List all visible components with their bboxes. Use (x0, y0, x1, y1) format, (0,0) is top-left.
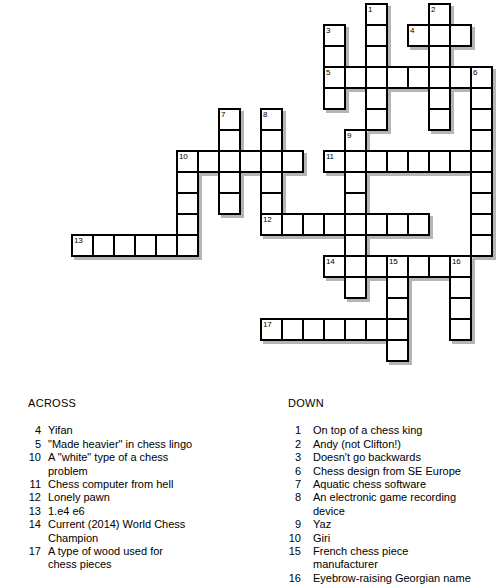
grid-cell[interactable]: 15 (386, 255, 409, 278)
cell-clue-number: 12 (263, 215, 271, 224)
across-clue-list: 4Yifan5"Made heavier" in chess lingo10A … (28, 424, 260, 571)
grid-cell[interactable] (218, 192, 241, 215)
clue-number: 3 (288, 451, 301, 464)
grid-cell[interactable] (428, 45, 451, 68)
clue-item: 15French chess piece manufacturer (288, 545, 497, 572)
down-header: DOWN (288, 397, 497, 410)
clue-number: 15 (288, 545, 301, 558)
grid-cell[interactable] (470, 192, 493, 215)
grid-cell[interactable]: 9 (344, 129, 367, 152)
clue-item: 16Eyebrow-raising Georgian name (288, 572, 497, 585)
clue-item: 9Yaz (288, 518, 497, 531)
grid-cell[interactable] (344, 66, 367, 89)
grid-cell[interactable] (365, 24, 388, 47)
grid-cell[interactable] (470, 108, 493, 131)
cell-clue-number: 5 (326, 68, 330, 77)
grid-cell[interactable] (344, 318, 367, 341)
grid-cell[interactable]: 4 (407, 24, 430, 47)
clue-text: Current (2014) World Chess Champion (48, 518, 246, 545)
clue-item: 6Chess design from SE Europe (288, 465, 497, 478)
grid-cell[interactable]: 16 (449, 255, 472, 278)
grid-cell[interactable] (260, 192, 283, 215)
clue-item: 17A type of wood used for chess pieces (28, 545, 260, 572)
clue-item: 3Doesn't go backwards (288, 451, 497, 464)
grid-cell[interactable] (428, 66, 451, 89)
grid-cell[interactable] (428, 150, 451, 173)
grid-cell[interactable]: 12 (260, 213, 283, 236)
grid-cell[interactable] (344, 255, 367, 278)
clue-item: 12Lonely pawn (28, 491, 260, 504)
grid-cell[interactable] (428, 255, 451, 278)
cell-clue-number: 1 (368, 5, 372, 14)
down-clue-list: 1On top of a chess king2Andy (not Clifto… (288, 424, 497, 585)
clue-item: 5"Made heavier" in chess lingo (28, 438, 260, 451)
grid-cell[interactable]: 7 (218, 108, 241, 131)
clue-number: 5 (28, 438, 41, 451)
cell-clue-number: 2 (431, 5, 435, 14)
grid-cell[interactable] (344, 213, 367, 236)
clue-item: 10Giri (288, 532, 497, 545)
grid-cell[interactable] (365, 318, 388, 341)
grid-cell[interactable] (344, 276, 367, 299)
grid-cell[interactable] (470, 87, 493, 110)
grid-cell[interactable] (386, 213, 409, 236)
grid-cell[interactable] (260, 129, 283, 152)
grid-cell[interactable] (386, 66, 409, 89)
clue-number: 7 (288, 478, 301, 491)
grid-cell[interactable] (323, 45, 346, 68)
grid-cell[interactable] (197, 150, 220, 173)
grid-cell[interactable]: 11 (323, 150, 346, 173)
grid-cell[interactable] (407, 150, 430, 173)
grid-cell[interactable] (218, 150, 241, 173)
clue-number: 14 (28, 518, 41, 531)
clue-number: 17 (28, 545, 41, 558)
grid-cell[interactable] (470, 150, 493, 173)
clue-number: 6 (288, 465, 301, 478)
grid-cell[interactable]: 5 (323, 66, 346, 89)
grid-cell[interactable] (239, 150, 262, 173)
down-clues-section: DOWN 1On top of a chess king2Andy (not C… (288, 397, 497, 585)
cell-clue-number: 14 (326, 257, 334, 266)
clue-item: 11Chess computer from hell (28, 478, 260, 491)
clue-item: 1On top of a chess king (288, 424, 497, 437)
cell-clue-number: 13 (74, 236, 82, 245)
clue-text: Yaz (313, 518, 497, 531)
grid-cell[interactable] (386, 339, 409, 362)
clue-item: 8An electronic game recording device (288, 491, 497, 518)
grid-cell[interactable] (407, 66, 430, 89)
grid-cell[interactable] (386, 276, 409, 299)
cell-clue-number: 17 (263, 320, 271, 329)
clue-text: Yifan (48, 424, 246, 437)
clue-text: On top of a chess king (313, 424, 497, 437)
grid-cell[interactable] (176, 234, 199, 257)
cell-clue-number: 9 (347, 131, 351, 140)
grid-cell[interactable] (449, 150, 472, 173)
grid-cell[interactable] (365, 150, 388, 173)
across-header: ACROSS (28, 397, 260, 410)
clue-item: 2Andy (not Clifton!) (288, 438, 497, 451)
clue-number: 4 (28, 424, 41, 437)
grid-cell[interactable] (260, 171, 283, 194)
cell-clue-number: 6 (473, 68, 477, 77)
clue-item: 131.e4 e6 (28, 505, 260, 518)
clue-item: 4Yifan (28, 424, 260, 437)
cell-clue-number: 16 (452, 257, 460, 266)
clue-text: 1.e4 e6 (48, 505, 246, 518)
clue-item: 7Aquatic chess software (288, 478, 497, 491)
grid-cell[interactable] (302, 318, 325, 341)
clue-number: 11 (28, 478, 41, 491)
grid-cell[interactable] (449, 66, 472, 89)
grid-cell[interactable] (386, 150, 409, 173)
clue-text: Giri (313, 532, 497, 545)
grid-cell[interactable] (428, 87, 451, 110)
clue-text: A "white" type of a chess problem (48, 451, 246, 478)
grid-cell[interactable] (386, 297, 409, 320)
grid-cell[interactable] (176, 171, 199, 194)
grid-cell[interactable]: 14 (323, 255, 346, 278)
grid-cell[interactable] (176, 213, 199, 236)
grid-cell[interactable] (449, 276, 472, 299)
grid-cell[interactable]: 1 (365, 3, 388, 26)
across-clues-section: ACROSS 4Yifan5"Made heavier" in chess li… (28, 397, 260, 572)
clue-text: Aquatic chess software (313, 478, 497, 491)
clue-number: 12 (28, 491, 41, 504)
grid-cell[interactable] (365, 66, 388, 89)
clue-text: An electronic game recording device (313, 491, 497, 518)
grid-cell[interactable] (218, 129, 241, 152)
clue-number: 16 (288, 572, 301, 585)
clue-text: Lonely pawn (48, 491, 246, 504)
clue-item: 10A "white" type of a chess problem (28, 451, 260, 478)
grid-cell[interactable] (281, 150, 304, 173)
grid-cell[interactable] (449, 24, 472, 47)
grid-cell[interactable] (344, 234, 367, 257)
grid-cell[interactable] (323, 87, 346, 110)
grid-cell[interactable] (344, 150, 367, 173)
clue-text: Chess computer from hell (48, 478, 246, 491)
clue-text: Andy (not Clifton!) (313, 438, 497, 451)
clue-item: 14Current (2014) World Chess Champion (28, 518, 260, 545)
grid-cell[interactable] (323, 213, 346, 236)
clue-text: A type of wood used for chess pieces (48, 545, 246, 572)
clue-text: French chess piece manufacturer (313, 545, 497, 572)
cell-clue-number: 15 (389, 257, 397, 266)
clue-text: "Made heavier" in chess lingo (48, 438, 246, 451)
grid-cell[interactable] (134, 234, 157, 257)
cell-clue-number: 3 (326, 26, 330, 35)
grid-cell[interactable]: 6 (470, 66, 493, 89)
grid-cell[interactable] (302, 213, 325, 236)
grid-cell[interactable] (470, 129, 493, 152)
cell-clue-number: 4 (410, 26, 414, 35)
grid-cell[interactable] (281, 213, 304, 236)
clue-number: 13 (28, 505, 41, 518)
grid-cell[interactable] (281, 318, 304, 341)
grid-cell[interactable] (260, 150, 283, 173)
clue-number: 2 (288, 438, 301, 451)
grid-cell[interactable] (470, 213, 493, 236)
grid-cell[interactable] (428, 108, 451, 131)
crossword-page: 1234567891011121314151617 ACROSS 4Yifan5… (0, 0, 497, 588)
grid-cell[interactable] (428, 24, 451, 47)
clue-number: 8 (288, 491, 301, 504)
grid-cell[interactable] (449, 318, 472, 341)
grid-cell[interactable] (365, 87, 388, 110)
grid-cell[interactable] (470, 171, 493, 194)
cell-clue-number: 7 (221, 110, 225, 119)
grid-cell[interactable] (155, 234, 178, 257)
clue-text: Chess design from SE Europe (313, 465, 497, 478)
grid-cell[interactable]: 10 (176, 150, 199, 173)
grid-cell[interactable]: 3 (323, 24, 346, 47)
clue-number: 10 (288, 532, 301, 545)
clue-text: Doesn't go backwards (313, 451, 497, 464)
grid-cell[interactable] (365, 213, 388, 236)
grid-cell[interactable] (386, 318, 409, 341)
clue-text: Eyebrow-raising Georgian name (313, 572, 497, 585)
cell-clue-number: 8 (263, 110, 267, 119)
grid-cell[interactable] (176, 192, 199, 215)
grid-cell[interactable] (92, 234, 115, 257)
grid-cell[interactable] (470, 234, 493, 257)
clue-number: 10 (28, 451, 41, 464)
grid-cell[interactable] (407, 213, 430, 236)
grid-cell[interactable] (113, 234, 136, 257)
cell-clue-number: 10 (179, 152, 187, 161)
grid-cell[interactable] (365, 255, 388, 278)
grid-cell[interactable]: 13 (71, 234, 94, 257)
grid-cell[interactable] (365, 108, 388, 131)
grid-cell[interactable] (344, 171, 367, 194)
clue-number: 1 (288, 424, 301, 437)
grid-cell[interactable] (323, 318, 346, 341)
clue-number: 9 (288, 518, 301, 531)
grid-cell[interactable] (449, 297, 472, 320)
grid-cell[interactable] (344, 192, 367, 215)
grid-cell[interactable] (407, 255, 430, 278)
grid-cell[interactable] (365, 45, 388, 68)
grid-cell[interactable]: 17 (260, 318, 283, 341)
cell-clue-number: 11 (326, 152, 334, 161)
grid-cell[interactable]: 2 (428, 3, 451, 26)
grid-cell[interactable]: 8 (260, 108, 283, 131)
grid-cell[interactable] (218, 171, 241, 194)
